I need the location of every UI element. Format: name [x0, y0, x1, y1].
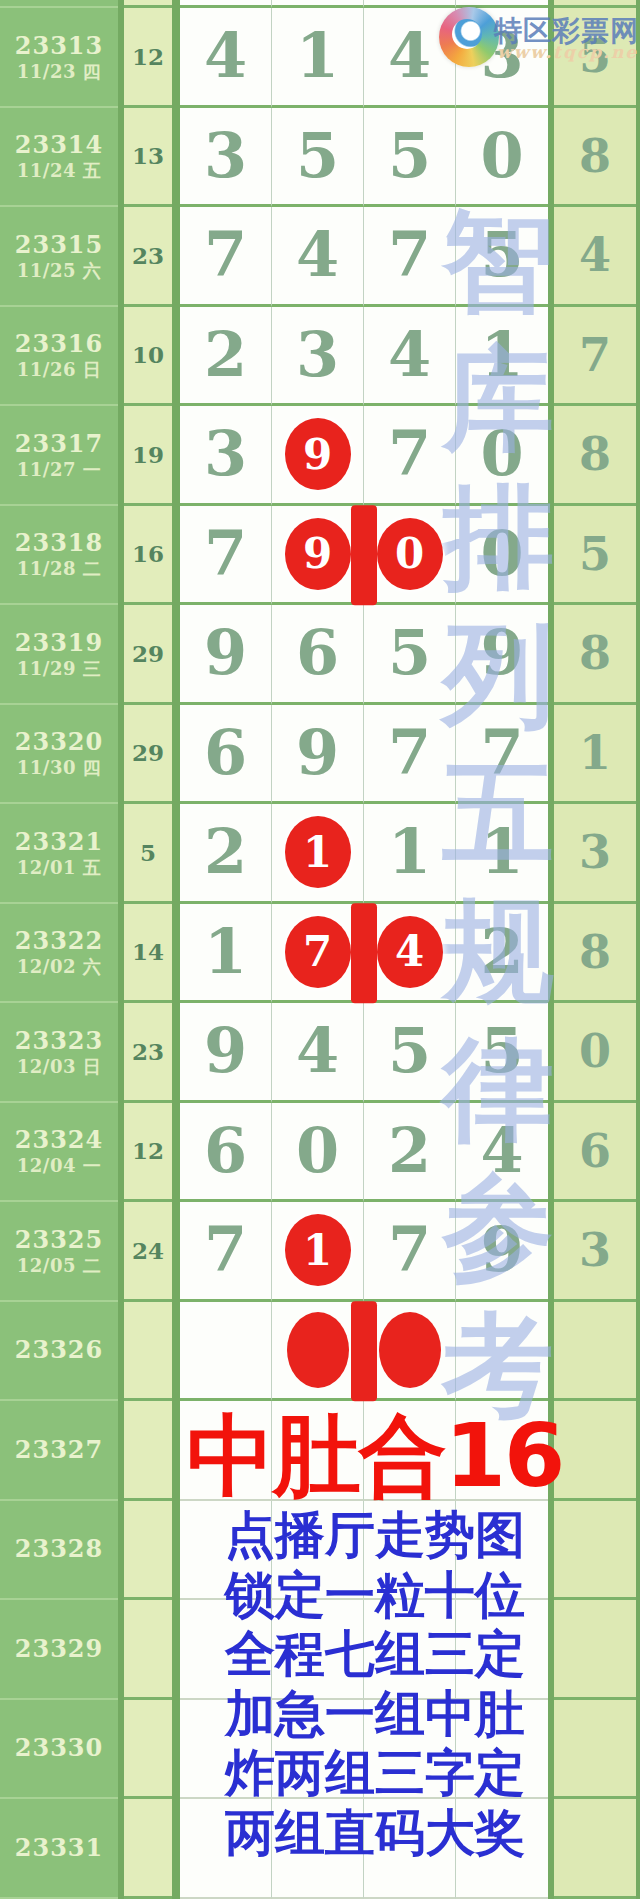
- period-cell: 2332112/01 五: [0, 804, 118, 904]
- site-url: www.tqcp.net: [497, 42, 640, 62]
- digit-cell: 4: [272, 207, 364, 307]
- promo-text-block: 点播厅走势图锁定一粒十位全程七组三定加急一组中肚炸两组三字定两组直码大奖: [110, 1506, 640, 1863]
- period-cell: 23331: [0, 1799, 118, 1899]
- lottery-trend-chart: 2331311/23 四12414352331411/24 五133550823…: [0, 0, 640, 1899]
- right-border: [636, 1302, 640, 1402]
- digit-cell: 1: [180, 904, 272, 1004]
- draw-date: 11/29 三: [17, 659, 101, 678]
- column-divider: [172, 406, 180, 506]
- digit-cell: 1: [456, 307, 548, 407]
- winning-digit: 3: [579, 825, 611, 879]
- period-cell: 23327: [0, 1401, 118, 1501]
- winning-digit: 4: [388, 324, 431, 386]
- winning-digit: 9: [480, 622, 523, 684]
- period-cell: 2331911/29 三: [0, 605, 118, 705]
- sum-cell: 14: [124, 904, 172, 1004]
- digit-cell: [456, 1302, 548, 1402]
- draw-row: 23326: [0, 1302, 640, 1402]
- winning-digit: 5: [388, 125, 431, 187]
- winning-digit: 5: [480, 1020, 523, 1082]
- column-divider: [172, 207, 180, 307]
- sum-cell: 29: [124, 705, 172, 805]
- sum-value: 13: [132, 142, 164, 169]
- digit-cell: 3: [180, 108, 272, 208]
- draw-row: 2332112/01 五521113: [0, 804, 640, 904]
- winning-digit: 6: [579, 1124, 611, 1178]
- digit-cell: 4: [272, 1003, 364, 1103]
- highlight-circle: 7: [285, 916, 351, 988]
- period-number: 23320: [15, 729, 104, 755]
- promo-line: 两组直码大奖: [110, 1804, 640, 1864]
- period-number: 23319: [15, 630, 104, 656]
- winning-digit: 4: [579, 228, 611, 282]
- winning-digit: 7: [204, 224, 247, 286]
- period-number: 23331: [15, 1835, 104, 1861]
- digit-cell: 1: [272, 1202, 364, 1302]
- pair-dash: [351, 506, 377, 606]
- last-digit-cell: [554, 1302, 636, 1402]
- column-divider: [172, 804, 180, 904]
- period-cell: 23330: [0, 1700, 118, 1800]
- winning-digit: 7: [388, 722, 431, 784]
- right-border: [636, 406, 640, 506]
- digit-cell: 3: [272, 307, 364, 407]
- winning-digit: 7: [388, 423, 431, 485]
- period-number: 23321: [15, 829, 104, 855]
- sum-cell: 13: [124, 108, 172, 208]
- promo-line: 加急一组中肚: [110, 1685, 640, 1745]
- column-divider: [172, 307, 180, 407]
- period-number: 23328: [15, 1536, 104, 1562]
- digit-cell: 5: [456, 1003, 548, 1103]
- digit-cell: 9: [456, 605, 548, 705]
- winning-digit: 8: [579, 925, 611, 979]
- right-border: [636, 904, 640, 1004]
- winning-digit: 6: [204, 722, 247, 784]
- draw-date: 11/27 一: [17, 460, 101, 479]
- digit-cell: [180, 1302, 272, 1402]
- sum-value: 23: [132, 242, 164, 269]
- column-divider: [172, 1103, 180, 1203]
- winning-digit: 7: [388, 1219, 431, 1281]
- digit-cell: 0: [456, 108, 548, 208]
- draw-row: 2332312/03 日2394550: [0, 1003, 640, 1103]
- digit-cell: 9: [456, 1202, 548, 1302]
- highlight-circle: 0: [377, 518, 443, 590]
- period-cell: 23328: [0, 1501, 118, 1601]
- period-number: 23322: [15, 928, 104, 954]
- last-digit-cell: 5: [554, 506, 636, 606]
- period-cell: 2331811/28 二: [0, 506, 118, 606]
- digit-cell: 7: [456, 705, 548, 805]
- draw-date: 12/04 一: [17, 1156, 101, 1175]
- winning-digit: 5: [296, 125, 339, 187]
- draw-row: 2331811/28 二1679005: [0, 506, 640, 606]
- draw-date: 11/26 日: [17, 360, 101, 379]
- column-divider: [172, 506, 180, 606]
- winning-digit: 5: [388, 1020, 431, 1082]
- winning-digit: 2: [388, 1120, 431, 1182]
- winning-digit: 8: [579, 427, 611, 481]
- highlight-circle: 4: [377, 916, 443, 988]
- draw-date: 11/24 五: [17, 161, 101, 180]
- winning-digit: 7: [204, 1219, 247, 1281]
- draw-date: 12/03 日: [17, 1057, 101, 1076]
- period-number: 23316: [15, 331, 104, 357]
- sum-value: 12: [132, 1137, 164, 1164]
- digit-cell: 7: [364, 207, 456, 307]
- last-digit-cell: 0: [554, 1003, 636, 1103]
- right-border: [636, 307, 640, 407]
- period-number: 23327: [15, 1437, 104, 1463]
- winning-digit: 5: [388, 622, 431, 684]
- draw-row: 2332212/02 六1417428: [0, 904, 640, 1004]
- period-cell: 2332212/02 六: [0, 904, 118, 1004]
- sum-cell: 23: [124, 1003, 172, 1103]
- digit-cell: 5: [364, 1003, 456, 1103]
- last-digit-cell: 8: [554, 904, 636, 1004]
- sum-value: 19: [132, 441, 164, 468]
- digit-cell: 7: [364, 406, 456, 506]
- sum-cell: 24: [124, 1202, 172, 1302]
- right-border: [636, 1202, 640, 1302]
- logo-swirl-icon: [439, 7, 499, 67]
- highlight-circle: [379, 1312, 441, 1388]
- digit-cell: 5: [272, 108, 364, 208]
- highlight-circle: 1: [285, 1214, 351, 1286]
- period-number: 23317: [15, 431, 104, 457]
- digit-cell: 1: [364, 804, 456, 904]
- draw-row: 2331911/29 三2996598: [0, 605, 640, 705]
- winning-digit: 3: [204, 423, 247, 485]
- digit-cell: 7: [180, 1202, 272, 1302]
- digit-cell: 6: [272, 605, 364, 705]
- right-border: [636, 506, 640, 606]
- column-divider: [172, 1003, 180, 1103]
- draw-date: 11/28 二: [17, 559, 101, 578]
- sum-value: 16: [132, 540, 164, 567]
- prediction-headline: 中肚合16: [110, 1408, 640, 1503]
- digit-cell: 2: [456, 904, 548, 1004]
- digit-cell: 0: [364, 506, 456, 606]
- period-cell: 23329: [0, 1600, 118, 1700]
- winning-digit: 9: [204, 1020, 247, 1082]
- column-divider: [172, 1302, 180, 1402]
- promo-line: 锁定一粒十位: [110, 1566, 640, 1626]
- column-divider: [172, 605, 180, 705]
- draw-date: 11/30 四: [17, 758, 101, 777]
- winning-digit: 1: [204, 921, 247, 983]
- sum-cell: [124, 1302, 172, 1402]
- digit-cell: [364, 1302, 456, 1402]
- winning-digit: 7: [204, 523, 247, 585]
- draw-row: 2331711/27 一1939708: [0, 406, 640, 506]
- winning-digit: 2: [204, 821, 247, 883]
- winning-digit: 0: [579, 1024, 611, 1078]
- digit-cell: 5: [364, 605, 456, 705]
- digit-cell: 3: [180, 406, 272, 506]
- highlight-circle: 9: [285, 518, 351, 590]
- winning-digit: 9: [480, 1219, 523, 1281]
- right-border: [636, 108, 640, 208]
- digit-cell: 1: [456, 804, 548, 904]
- sum-cell: 5: [124, 804, 172, 904]
- winning-digit: 9: [296, 722, 339, 784]
- draw-row: 2331511/25 六2374754: [0, 207, 640, 307]
- digit-cell: 4: [456, 1103, 548, 1203]
- digit-cell: 0: [272, 1103, 364, 1203]
- sum-value: 29: [132, 739, 164, 766]
- winning-digit: 0: [480, 523, 523, 585]
- pair-dash: [351, 1302, 377, 1402]
- winning-digit: 1: [480, 324, 523, 386]
- winning-digit: 9: [204, 622, 247, 684]
- winning-digit: 3: [579, 1223, 611, 1277]
- period-cell: 2332512/05 二: [0, 1202, 118, 1302]
- period-number: 23326: [15, 1337, 104, 1363]
- period-cell: 2332412/04 一: [0, 1103, 118, 1203]
- sum-value: 5: [140, 839, 156, 866]
- draw-row: 2332011/30 四2969771: [0, 705, 640, 805]
- digit-cell: 2: [180, 804, 272, 904]
- winning-digit: 4: [296, 224, 339, 286]
- digit-cell: 9: [272, 406, 364, 506]
- last-digit-cell: 8: [554, 108, 636, 208]
- period-cell: 2331511/25 六: [0, 207, 118, 307]
- digit-cell: 6: [180, 1103, 272, 1203]
- draw-row: 2331611/26 日1023417: [0, 307, 640, 407]
- last-digit-cell: 8: [554, 406, 636, 506]
- winning-digit: 1: [480, 821, 523, 883]
- digit-cell: 4: [364, 307, 456, 407]
- last-digit-cell: 4: [554, 207, 636, 307]
- period-number: 23315: [15, 232, 104, 258]
- column-divider: [172, 904, 180, 1004]
- last-digit-cell: 1: [554, 705, 636, 805]
- last-digit-cell: 3: [554, 1202, 636, 1302]
- draw-row: 2332412/04 一1260246: [0, 1103, 640, 1203]
- sum-value: 23: [132, 1038, 164, 1065]
- sum-cell: 19: [124, 406, 172, 506]
- last-digit-cell: 6: [554, 1103, 636, 1203]
- period-number: 23329: [15, 1636, 104, 1662]
- winning-digit: 6: [204, 1120, 247, 1182]
- period-number: 23325: [15, 1227, 104, 1253]
- period-cell: 2331611/26 日: [0, 307, 118, 407]
- digit-cell: 9: [180, 1003, 272, 1103]
- digit-cell: 5: [364, 108, 456, 208]
- period-cell: 23326: [0, 1302, 118, 1402]
- winning-digit: 2: [204, 324, 247, 386]
- sum-cell: 16: [124, 506, 172, 606]
- draw-row: 2332512/05 二2471793: [0, 1202, 640, 1302]
- sum-value: 14: [132, 938, 164, 965]
- draw-date: 12/05 二: [17, 1256, 101, 1275]
- digit-cell: 6: [180, 705, 272, 805]
- winning-digit: 0: [480, 423, 523, 485]
- right-border: [636, 804, 640, 904]
- sum-value: 29: [132, 640, 164, 667]
- draw-date: 12/01 五: [17, 858, 101, 877]
- winning-digit: 7: [579, 328, 611, 382]
- period-cell: 2332011/30 四: [0, 705, 118, 805]
- draw-row: 2331411/24 五1335508: [0, 108, 640, 208]
- period-number: 23323: [15, 1028, 104, 1054]
- sum-cell: 29: [124, 605, 172, 705]
- promo-line: 点播厅走势图: [110, 1506, 640, 1566]
- site-logo[interactable]: 特区彩票网 www.tqcp.net: [0, 0, 640, 70]
- winning-digit: 4: [296, 1020, 339, 1082]
- right-border: [636, 705, 640, 805]
- winning-digit: 0: [480, 125, 523, 187]
- digit-cell: 1: [272, 804, 364, 904]
- winning-digit: 3: [204, 125, 247, 187]
- highlight-circle: 9: [285, 418, 351, 490]
- column-divider: [172, 1202, 180, 1302]
- digit-cell: 2: [180, 307, 272, 407]
- last-digit-cell: 3: [554, 804, 636, 904]
- highlight-circle: [287, 1312, 349, 1388]
- period-cell: 2331411/24 五: [0, 108, 118, 208]
- winning-digit: 5: [579, 527, 611, 581]
- winning-digit: 2: [480, 921, 523, 983]
- winning-digit: 8: [579, 129, 611, 183]
- digit-cell: 4: [364, 904, 456, 1004]
- period-number: 23314: [15, 132, 104, 158]
- winning-digit: 1: [579, 726, 611, 780]
- period-number: 23324: [15, 1127, 104, 1153]
- winning-digit: 5: [480, 224, 523, 286]
- digit-cell: 9: [180, 605, 272, 705]
- digit-cell: 7: [180, 506, 272, 606]
- sum-value: 10: [132, 341, 164, 368]
- digit-cell: 9: [272, 705, 364, 805]
- digit-cell: 0: [456, 406, 548, 506]
- winning-digit: 0: [296, 1120, 339, 1182]
- right-border: [636, 1103, 640, 1203]
- digit-cell: 5: [456, 207, 548, 307]
- sum-cell: 10: [124, 307, 172, 407]
- pair-dash: [351, 904, 377, 1004]
- winning-digit: 7: [388, 224, 431, 286]
- right-border: [636, 605, 640, 705]
- period-number: 23330: [15, 1735, 104, 1761]
- sum-cell: 12: [124, 1103, 172, 1203]
- period-cell: 2331711/27 一: [0, 406, 118, 506]
- digit-cell: 7: [180, 207, 272, 307]
- right-border: [636, 1003, 640, 1103]
- period-number: 23318: [15, 530, 104, 556]
- winning-digit: 8: [579, 626, 611, 680]
- digit-cell: 7: [364, 1202, 456, 1302]
- last-digit-cell: 7: [554, 307, 636, 407]
- winning-digit: 4: [480, 1120, 523, 1182]
- digit-cell: 0: [456, 506, 548, 606]
- column-divider: [172, 108, 180, 208]
- winning-digit: 1: [388, 821, 431, 883]
- digit-cell: 2: [364, 1103, 456, 1203]
- last-digit-cell: 8: [554, 605, 636, 705]
- period-cell: 2332312/03 日: [0, 1003, 118, 1103]
- highlight-circle: 1: [285, 816, 351, 888]
- sum-value: 24: [132, 1237, 164, 1264]
- right-border: [636, 207, 640, 307]
- sum-cell: 23: [124, 207, 172, 307]
- promo-line: 炸两组三字定: [110, 1744, 640, 1804]
- digit-cell: 7: [364, 705, 456, 805]
- winning-digit: 7: [480, 722, 523, 784]
- winning-digit: 6: [296, 622, 339, 684]
- draw-date: 11/25 六: [17, 261, 101, 280]
- promo-line: 全程七组三定: [110, 1625, 640, 1685]
- winning-digit: 3: [296, 324, 339, 386]
- draw-date: 12/02 六: [17, 957, 101, 976]
- column-divider: [172, 705, 180, 805]
